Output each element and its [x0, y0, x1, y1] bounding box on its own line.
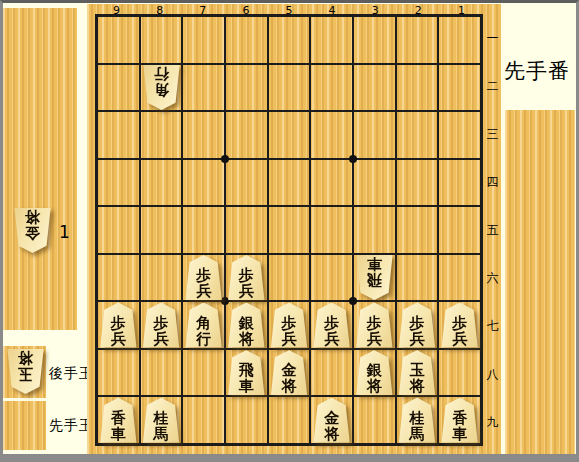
- cell-98[interactable]: [97, 349, 140, 397]
- koma-kanji: 兵: [324, 331, 339, 347]
- cell-23[interactable]: [396, 111, 439, 159]
- cell-92[interactable]: [97, 64, 140, 112]
- koma-sente-pawn[interactable]: 歩兵: [313, 303, 350, 348]
- koma-kanji: 車: [111, 426, 126, 442]
- rank-label-5: 五: [485, 206, 500, 254]
- koma-kanji: 飛: [367, 272, 382, 288]
- koma-kanji: 車: [239, 378, 254, 394]
- koma-sente-lance[interactable]: 香車: [441, 398, 478, 443]
- koma-kanji: 将: [239, 331, 254, 347]
- koma-kanji: 香: [111, 410, 126, 426]
- cell-14[interactable]: [438, 159, 481, 207]
- gote-hand-stand[interactable]: 金将1: [3, 8, 77, 330]
- cell-85[interactable]: [140, 206, 183, 254]
- cell-69[interactable]: [225, 396, 268, 444]
- koma-sente-knight[interactable]: 桂馬: [143, 398, 180, 443]
- cell-34[interactable]: [353, 159, 396, 207]
- cell-59[interactable]: [268, 396, 311, 444]
- cell-42[interactable]: [310, 64, 353, 112]
- cell-79[interactable]: [182, 396, 225, 444]
- cell-53[interactable]: [268, 111, 311, 159]
- cell-91[interactable]: [97, 16, 140, 64]
- cell-21[interactable]: [396, 16, 439, 64]
- rank-label-6: 六: [485, 254, 500, 302]
- koma-kanji: 将: [25, 209, 40, 225]
- cell-15[interactable]: [438, 206, 481, 254]
- gote-king-tray[interactable]: 玉将: [3, 346, 46, 398]
- koma-sente-pawn[interactable]: 歩兵: [143, 303, 180, 348]
- cell-24[interactable]: [396, 159, 439, 207]
- cell-65[interactable]: [225, 206, 268, 254]
- turn-indicator: 先手番: [504, 57, 570, 85]
- koma-gote-king[interactable]: 玉将: [7, 349, 44, 394]
- cell-52[interactable]: [268, 64, 311, 112]
- shogi-app-window: 金将1 玉将 後手玉 先手玉 987654321 一二三四五六七八九 角行飛車歩…: [0, 0, 579, 462]
- cell-31[interactable]: [353, 16, 396, 64]
- cell-94[interactable]: [97, 159, 140, 207]
- cell-54[interactable]: [268, 159, 311, 207]
- rank-label-7: 七: [485, 302, 500, 350]
- koma-kanji: 車: [452, 426, 467, 442]
- koma-sente-gold[interactable]: 金将: [313, 398, 350, 443]
- koma-kanji: 兵: [111, 331, 126, 347]
- koma-kanji: 玉: [18, 366, 33, 382]
- rank-label-8: 八: [485, 350, 500, 398]
- rank-label-1: 一: [485, 14, 500, 62]
- koma-kanji: 銀: [239, 315, 254, 331]
- koma-kanji: 将: [324, 426, 339, 442]
- cell-26[interactable]: [396, 254, 439, 302]
- koma-sente-pawn[interactable]: 歩兵: [100, 303, 137, 348]
- cell-44[interactable]: [310, 159, 353, 207]
- rank-label-9: 九: [485, 398, 500, 446]
- koma-kanji: 歩: [410, 315, 425, 331]
- koma-kanji: 行: [154, 66, 169, 82]
- koma-kanji: 馬: [410, 426, 425, 442]
- koma-kanji: 兵: [410, 331, 425, 347]
- rank-coordinates: 一二三四五六七八九: [485, 14, 500, 446]
- cell-33[interactable]: [353, 111, 396, 159]
- sente-hand-stand[interactable]: [505, 110, 575, 454]
- cell-75[interactable]: [182, 206, 225, 254]
- cell-74[interactable]: [182, 159, 225, 207]
- cell-96[interactable]: [97, 254, 140, 302]
- cell-51[interactable]: [268, 16, 311, 64]
- koma-sente-pawn[interactable]: 歩兵: [271, 303, 308, 348]
- rank-label-3: 三: [485, 110, 500, 158]
- koma-kanji: 車: [367, 256, 382, 272]
- cell-32[interactable]: [353, 64, 396, 112]
- rank-label-4: 四: [485, 158, 500, 206]
- cell-48[interactable]: [310, 349, 353, 397]
- koma-sente-knight[interactable]: 桂馬: [399, 398, 436, 443]
- cell-16[interactable]: [438, 254, 481, 302]
- koma-kanji: 兵: [282, 331, 297, 347]
- cell-81[interactable]: [140, 16, 183, 64]
- koma-kanji: 歩: [324, 315, 339, 331]
- koma-sente-gold[interactable]: 金将: [271, 350, 308, 395]
- cell-61[interactable]: [225, 16, 268, 64]
- koma-kanji: 歩: [282, 315, 297, 331]
- koma-kanji: 角: [154, 82, 169, 98]
- koma-kanji: 将: [282, 378, 297, 394]
- koma-sente-bishop[interactable]: 角行: [185, 303, 222, 348]
- cell-41[interactable]: [310, 16, 353, 64]
- cell-78[interactable]: [182, 349, 225, 397]
- koma-gote-rook[interactable]: 飛車: [356, 255, 393, 300]
- koma-sente-silver[interactable]: 銀将: [356, 350, 393, 395]
- koma-sente-pawn[interactable]: 歩兵: [441, 303, 478, 348]
- koma-kanji: 兵: [452, 331, 467, 347]
- cell-86[interactable]: [140, 254, 183, 302]
- koma-kanji: 将: [18, 350, 33, 366]
- cell-73[interactable]: [182, 111, 225, 159]
- shogi-board-panel: 987654321 一二三四五六七八九 角行飛車歩兵歩兵歩兵歩兵角行銀将歩兵歩兵…: [87, 4, 501, 454]
- koma-kanji: 金: [25, 225, 40, 241]
- cell-13[interactable]: [438, 111, 481, 159]
- koma-kanji: 将: [410, 378, 425, 394]
- koma-kanji: 歩: [452, 315, 467, 331]
- koma-kanji: 兵: [196, 283, 211, 299]
- hand-piece-count: 1: [59, 222, 70, 242]
- koma-sente-pawn[interactable]: 歩兵: [399, 303, 436, 348]
- koma-kanji: 金: [324, 410, 339, 426]
- koma-kanji: 玉: [410, 362, 425, 378]
- cell-46[interactable]: [310, 254, 353, 302]
- koma-sente-lance[interactable]: 香車: [100, 398, 137, 443]
- koma-kanji: 桂: [410, 410, 425, 426]
- koma-kanji: 金: [282, 362, 297, 378]
- koma-kanji: 角: [196, 315, 211, 331]
- cell-39[interactable]: [353, 396, 396, 444]
- cell-63[interactable]: [225, 111, 268, 159]
- cell-22[interactable]: [396, 64, 439, 112]
- cell-18[interactable]: [438, 349, 481, 397]
- cell-55[interactable]: [268, 206, 311, 254]
- koma-sente-silver[interactable]: 銀将: [228, 303, 265, 348]
- koma-kanji: 将: [367, 378, 382, 394]
- cell-35[interactable]: [353, 206, 396, 254]
- cell-25[interactable]: [396, 206, 439, 254]
- koma-kanji: 歩: [196, 267, 211, 283]
- koma-kanji: 馬: [154, 426, 169, 442]
- koma-kanji: 桂: [154, 410, 169, 426]
- koma-sente-rook[interactable]: 飛車: [228, 350, 265, 395]
- koma-kanji: 歩: [154, 315, 169, 331]
- koma-kanji: 兵: [239, 283, 254, 299]
- cell-43[interactable]: [310, 111, 353, 159]
- koma-kanji: 銀: [367, 362, 382, 378]
- cell-56[interactable]: [268, 254, 311, 302]
- sente-king-tray[interactable]: [3, 401, 46, 450]
- koma-kanji: 歩: [239, 267, 254, 283]
- koma-sente-king[interactable]: 玉将: [399, 350, 436, 395]
- cell-84[interactable]: [140, 159, 183, 207]
- cell-83[interactable]: [140, 111, 183, 159]
- koma-kanji: 飛: [239, 362, 254, 378]
- cell-62[interactable]: [225, 64, 268, 112]
- cell-12[interactable]: [438, 64, 481, 112]
- koma-kanji: 兵: [154, 331, 169, 347]
- koma-gote-gold[interactable]: 金将: [14, 208, 51, 253]
- cell-11[interactable]: [438, 16, 481, 64]
- cell-64[interactable]: [225, 159, 268, 207]
- koma-kanji: 歩: [111, 315, 126, 331]
- cell-72[interactable]: [182, 64, 225, 112]
- cell-95[interactable]: [97, 206, 140, 254]
- koma-sente-pawn[interactable]: 歩兵: [228, 255, 265, 300]
- cell-88[interactable]: [140, 349, 183, 397]
- koma-kanji: 行: [196, 331, 211, 347]
- rank-label-2: 二: [485, 62, 500, 110]
- cell-71[interactable]: [182, 16, 225, 64]
- koma-kanji: 歩: [367, 315, 382, 331]
- koma-sente-pawn[interactable]: 歩兵: [356, 303, 393, 348]
- koma-sente-pawn[interactable]: 歩兵: [185, 255, 222, 300]
- koma-gote-bishop[interactable]: 角行: [143, 65, 180, 110]
- cell-93[interactable]: [97, 111, 140, 159]
- koma-kanji: 香: [452, 410, 467, 426]
- cell-45[interactable]: [310, 206, 353, 254]
- koma-kanji: 兵: [367, 331, 382, 347]
